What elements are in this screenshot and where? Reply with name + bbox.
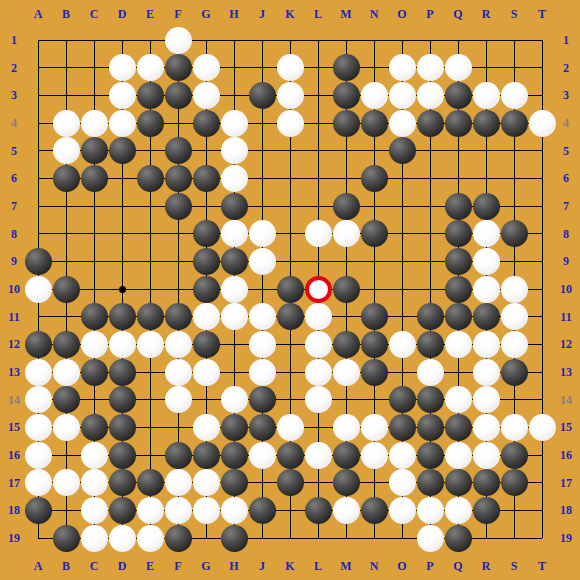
stone-white[interactable] bbox=[137, 525, 164, 552]
stone-black[interactable] bbox=[277, 442, 304, 469]
stone-black[interactable] bbox=[221, 414, 248, 441]
stone-black[interactable] bbox=[333, 193, 360, 220]
stone-black[interactable] bbox=[109, 386, 136, 413]
stone-white[interactable] bbox=[109, 110, 136, 137]
stone-white[interactable] bbox=[501, 331, 528, 358]
stone-black[interactable] bbox=[109, 359, 136, 386]
stone-black[interactable] bbox=[109, 442, 136, 469]
row-label-right: 12 bbox=[554, 336, 578, 352]
stone-black[interactable] bbox=[389, 414, 416, 441]
stone-white[interactable] bbox=[445, 442, 472, 469]
column-label-bottom: R bbox=[476, 558, 496, 574]
stone-black[interactable] bbox=[165, 442, 192, 469]
stone-white[interactable] bbox=[501, 414, 528, 441]
stone-black[interactable] bbox=[333, 110, 360, 137]
stone-white[interactable] bbox=[165, 331, 192, 358]
stone-white[interactable] bbox=[25, 276, 52, 303]
stone-white[interactable] bbox=[417, 525, 444, 552]
row-label-left: 7 bbox=[2, 198, 26, 214]
stone-white[interactable] bbox=[193, 414, 220, 441]
stone-black[interactable] bbox=[361, 303, 388, 330]
stone-white[interactable] bbox=[473, 414, 500, 441]
row-label-left: 4 bbox=[2, 115, 26, 131]
column-label-top: A bbox=[28, 6, 48, 22]
stone-black[interactable] bbox=[417, 303, 444, 330]
stone-black[interactable] bbox=[445, 193, 472, 220]
stone-white[interactable] bbox=[221, 165, 248, 192]
stone-white[interactable] bbox=[473, 248, 500, 275]
stone-white[interactable] bbox=[417, 497, 444, 524]
stone-white[interactable] bbox=[221, 303, 248, 330]
column-label-bottom: B bbox=[56, 558, 76, 574]
stone-black[interactable] bbox=[165, 165, 192, 192]
column-label-bottom: J bbox=[252, 558, 272, 574]
stone-black[interactable] bbox=[165, 54, 192, 81]
column-label-bottom: F bbox=[168, 558, 188, 574]
stone-white[interactable] bbox=[473, 220, 500, 247]
stone-white[interactable] bbox=[221, 276, 248, 303]
stone-black[interactable] bbox=[53, 386, 80, 413]
stone-white[interactable] bbox=[81, 331, 108, 358]
column-label-bottom: A bbox=[28, 558, 48, 574]
stone-black[interactable] bbox=[501, 469, 528, 496]
column-label-top: M bbox=[336, 6, 356, 22]
stone-white[interactable] bbox=[249, 303, 276, 330]
stone-white[interactable] bbox=[193, 469, 220, 496]
stone-black[interactable] bbox=[81, 303, 108, 330]
stone-black[interactable] bbox=[81, 137, 108, 164]
stone-black[interactable] bbox=[81, 165, 108, 192]
stone-black[interactable] bbox=[137, 165, 164, 192]
row-label-right: 1 bbox=[554, 32, 578, 48]
row-label-left: 2 bbox=[2, 60, 26, 76]
stone-white[interactable] bbox=[221, 110, 248, 137]
stone-white[interactable] bbox=[221, 137, 248, 164]
stone-black[interactable] bbox=[361, 359, 388, 386]
column-label-top: N bbox=[364, 6, 384, 22]
stone-white[interactable] bbox=[221, 497, 248, 524]
stone-black[interactable] bbox=[249, 386, 276, 413]
stone-white[interactable] bbox=[473, 331, 500, 358]
row-label-left: 16 bbox=[2, 447, 26, 463]
stone-white[interactable] bbox=[81, 469, 108, 496]
stone-white[interactable] bbox=[137, 497, 164, 524]
stone-black[interactable] bbox=[249, 497, 276, 524]
stone-black[interactable] bbox=[137, 82, 164, 109]
row-label-right: 19 bbox=[554, 530, 578, 546]
row-label-left: 1 bbox=[2, 32, 26, 48]
stone-white[interactable] bbox=[473, 276, 500, 303]
stone-white[interactable] bbox=[445, 386, 472, 413]
stone-black[interactable] bbox=[109, 497, 136, 524]
row-label-left: 5 bbox=[2, 143, 26, 159]
stone-white[interactable] bbox=[109, 525, 136, 552]
stone-black[interactable] bbox=[25, 248, 52, 275]
stone-white[interactable] bbox=[417, 54, 444, 81]
column-label-bottom: H bbox=[224, 558, 244, 574]
stone-white[interactable] bbox=[333, 414, 360, 441]
stone-white[interactable] bbox=[193, 54, 220, 81]
stone-white[interactable] bbox=[221, 386, 248, 413]
stone-black[interactable] bbox=[249, 414, 276, 441]
stone-black[interactable] bbox=[361, 220, 388, 247]
column-label-top: H bbox=[224, 6, 244, 22]
row-label-left: 6 bbox=[2, 170, 26, 186]
stone-white[interactable] bbox=[305, 442, 332, 469]
stone-white[interactable] bbox=[501, 303, 528, 330]
column-label-bottom: E bbox=[140, 558, 160, 574]
stone-black[interactable] bbox=[221, 248, 248, 275]
row-label-left: 3 bbox=[2, 87, 26, 103]
stone-white[interactable] bbox=[389, 497, 416, 524]
stone-white[interactable] bbox=[389, 442, 416, 469]
stone-white[interactable] bbox=[221, 220, 248, 247]
stone-black[interactable] bbox=[25, 497, 52, 524]
stone-white[interactable] bbox=[417, 82, 444, 109]
stone-black[interactable] bbox=[445, 414, 472, 441]
column-label-bottom: G bbox=[196, 558, 216, 574]
stone-white[interactable] bbox=[389, 82, 416, 109]
column-label-top: S bbox=[504, 6, 524, 22]
column-label-bottom: T bbox=[532, 558, 552, 574]
column-label-bottom: D bbox=[112, 558, 132, 574]
stone-black[interactable] bbox=[333, 442, 360, 469]
stone-white[interactable] bbox=[473, 82, 500, 109]
row-label-left: 11 bbox=[2, 309, 26, 325]
stone-white[interactable] bbox=[277, 110, 304, 137]
row-label-left: 19 bbox=[2, 530, 26, 546]
row-label-right: 16 bbox=[554, 447, 578, 463]
stone-black[interactable] bbox=[445, 82, 472, 109]
stone-black[interactable] bbox=[305, 497, 332, 524]
stone-black[interactable] bbox=[193, 110, 220, 137]
stone-black[interactable] bbox=[193, 442, 220, 469]
stone-black[interactable] bbox=[389, 137, 416, 164]
stone-black[interactable] bbox=[361, 110, 388, 137]
stone-black[interactable] bbox=[333, 276, 360, 303]
stone-white[interactable] bbox=[389, 331, 416, 358]
stone-black[interactable] bbox=[361, 165, 388, 192]
row-label-left: 8 bbox=[2, 226, 26, 242]
stone-black[interactable] bbox=[473, 469, 500, 496]
go-board-viewer: AABBCCDDEEFFGGHHJJKKLLMMNNOOPPQQRRSSTT11… bbox=[0, 0, 580, 580]
last-move-stone-white[interactable] bbox=[305, 276, 332, 303]
stone-black[interactable] bbox=[333, 54, 360, 81]
stone-white[interactable] bbox=[333, 220, 360, 247]
stone-black[interactable] bbox=[53, 165, 80, 192]
stone-white[interactable] bbox=[81, 525, 108, 552]
stone-white[interactable] bbox=[137, 54, 164, 81]
stone-black[interactable] bbox=[445, 248, 472, 275]
stone-white[interactable] bbox=[137, 331, 164, 358]
stone-black[interactable] bbox=[417, 386, 444, 413]
stone-white[interactable] bbox=[277, 414, 304, 441]
column-label-bottom: C bbox=[84, 558, 104, 574]
stone-black[interactable] bbox=[417, 110, 444, 137]
column-label-top: R bbox=[476, 6, 496, 22]
row-label-right: 8 bbox=[554, 226, 578, 242]
stone-white[interactable] bbox=[333, 497, 360, 524]
stone-white[interactable] bbox=[305, 359, 332, 386]
row-label-left: 14 bbox=[2, 392, 26, 408]
stone-white[interactable] bbox=[305, 303, 332, 330]
row-label-left: 17 bbox=[2, 475, 26, 491]
stone-black[interactable] bbox=[473, 193, 500, 220]
stone-black[interactable] bbox=[193, 248, 220, 275]
stone-black[interactable] bbox=[277, 303, 304, 330]
column-label-top: O bbox=[392, 6, 412, 22]
stone-black[interactable] bbox=[249, 82, 276, 109]
row-label-right: 2 bbox=[554, 60, 578, 76]
stone-black[interactable] bbox=[165, 525, 192, 552]
stone-white[interactable] bbox=[25, 386, 52, 413]
stone-black[interactable] bbox=[389, 386, 416, 413]
stone-white[interactable] bbox=[25, 442, 52, 469]
stone-white[interactable] bbox=[501, 82, 528, 109]
stone-white[interactable] bbox=[389, 110, 416, 137]
stone-white[interactable] bbox=[53, 469, 80, 496]
stone-white[interactable] bbox=[193, 359, 220, 386]
stone-white[interactable] bbox=[165, 469, 192, 496]
stone-black[interactable] bbox=[473, 110, 500, 137]
stone-white[interactable] bbox=[53, 414, 80, 441]
stone-black[interactable] bbox=[333, 82, 360, 109]
column-label-top: D bbox=[112, 6, 132, 22]
row-label-left: 10 bbox=[2, 281, 26, 297]
stone-white[interactable] bbox=[417, 359, 444, 386]
stone-white[interactable] bbox=[529, 110, 556, 137]
stone-black[interactable] bbox=[361, 331, 388, 358]
stone-white[interactable] bbox=[165, 27, 192, 54]
row-label-right: 3 bbox=[554, 87, 578, 103]
stone-white[interactable] bbox=[81, 497, 108, 524]
row-label-right: 18 bbox=[554, 502, 578, 518]
stone-black[interactable] bbox=[193, 220, 220, 247]
column-label-top: B bbox=[56, 6, 76, 22]
column-label-top: K bbox=[280, 6, 300, 22]
stone-white[interactable] bbox=[25, 469, 52, 496]
stone-white[interactable] bbox=[193, 303, 220, 330]
stone-white[interactable] bbox=[361, 442, 388, 469]
stone-black[interactable] bbox=[445, 469, 472, 496]
stone-black[interactable] bbox=[221, 442, 248, 469]
column-label-top: G bbox=[196, 6, 216, 22]
row-label-right: 14 bbox=[554, 392, 578, 408]
stone-black[interactable] bbox=[361, 497, 388, 524]
stone-black[interactable] bbox=[81, 414, 108, 441]
row-label-right: 6 bbox=[554, 170, 578, 186]
row-label-right: 5 bbox=[554, 143, 578, 159]
stone-white[interactable] bbox=[333, 359, 360, 386]
stone-black[interactable] bbox=[53, 331, 80, 358]
stone-black[interactable] bbox=[53, 525, 80, 552]
column-label-bottom: K bbox=[280, 558, 300, 574]
stone-black[interactable] bbox=[109, 469, 136, 496]
stone-black[interactable] bbox=[445, 303, 472, 330]
stone-white[interactable] bbox=[501, 276, 528, 303]
stone-white[interactable] bbox=[389, 469, 416, 496]
stone-white[interactable] bbox=[109, 82, 136, 109]
stone-white[interactable] bbox=[305, 386, 332, 413]
row-label-left: 13 bbox=[2, 364, 26, 380]
row-label-right: 13 bbox=[554, 364, 578, 380]
stone-white[interactable] bbox=[249, 331, 276, 358]
stone-white[interactable] bbox=[109, 54, 136, 81]
row-label-right: 9 bbox=[554, 253, 578, 269]
stone-black[interactable] bbox=[333, 331, 360, 358]
stone-white[interactable] bbox=[53, 110, 80, 137]
stone-black[interactable] bbox=[417, 442, 444, 469]
stone-black[interactable] bbox=[193, 331, 220, 358]
stone-black[interactable] bbox=[81, 359, 108, 386]
stone-white[interactable] bbox=[25, 414, 52, 441]
stone-white[interactable] bbox=[389, 54, 416, 81]
stone-black[interactable] bbox=[221, 469, 248, 496]
stone-black[interactable] bbox=[473, 497, 500, 524]
stone-black[interactable] bbox=[445, 220, 472, 247]
stone-black[interactable] bbox=[445, 525, 472, 552]
stone-black[interactable] bbox=[137, 303, 164, 330]
stone-white[interactable] bbox=[305, 220, 332, 247]
stone-black[interactable] bbox=[109, 414, 136, 441]
stone-black[interactable] bbox=[277, 276, 304, 303]
stone-white[interactable] bbox=[529, 414, 556, 441]
stone-white[interactable] bbox=[473, 386, 500, 413]
column-label-bottom: O bbox=[392, 558, 412, 574]
column-label-top: C bbox=[84, 6, 104, 22]
column-label-top: T bbox=[532, 6, 552, 22]
stone-white[interactable] bbox=[277, 54, 304, 81]
stone-white[interactable] bbox=[53, 359, 80, 386]
stone-black[interactable] bbox=[417, 331, 444, 358]
stone-black[interactable] bbox=[165, 303, 192, 330]
stone-black[interactable] bbox=[109, 137, 136, 164]
column-label-top: L bbox=[308, 6, 328, 22]
stone-black[interactable] bbox=[417, 414, 444, 441]
column-label-bottom: P bbox=[420, 558, 440, 574]
row-label-right: 17 bbox=[554, 475, 578, 491]
stone-white[interactable] bbox=[277, 82, 304, 109]
row-label-left: 15 bbox=[2, 419, 26, 435]
stone-black[interactable] bbox=[221, 525, 248, 552]
stone-black[interactable] bbox=[165, 193, 192, 220]
stone-white[interactable] bbox=[193, 497, 220, 524]
stone-white[interactable] bbox=[165, 497, 192, 524]
column-label-bottom: S bbox=[504, 558, 524, 574]
column-label-bottom: M bbox=[336, 558, 356, 574]
row-label-right: 15 bbox=[554, 419, 578, 435]
stone-black[interactable] bbox=[137, 110, 164, 137]
stone-white[interactable] bbox=[109, 331, 136, 358]
stone-white[interactable] bbox=[249, 248, 276, 275]
column-label-top: P bbox=[420, 6, 440, 22]
stone-black[interactable] bbox=[165, 82, 192, 109]
stone-white[interactable] bbox=[81, 442, 108, 469]
stone-black[interactable] bbox=[417, 469, 444, 496]
stone-black[interactable] bbox=[221, 193, 248, 220]
stone-black[interactable] bbox=[193, 165, 220, 192]
column-label-top: Q bbox=[448, 6, 468, 22]
stone-black[interactable] bbox=[277, 469, 304, 496]
stone-black[interactable] bbox=[25, 331, 52, 358]
row-label-left: 18 bbox=[2, 502, 26, 518]
row-label-right: 7 bbox=[554, 198, 578, 214]
stone-black[interactable] bbox=[53, 276, 80, 303]
stone-white[interactable] bbox=[249, 442, 276, 469]
stone-black[interactable] bbox=[501, 359, 528, 386]
column-label-bottom: N bbox=[364, 558, 384, 574]
column-label-top: J bbox=[252, 6, 272, 22]
column-label-bottom: L bbox=[308, 558, 328, 574]
stone-white[interactable] bbox=[445, 497, 472, 524]
stone-white[interactable] bbox=[81, 110, 108, 137]
stone-black[interactable] bbox=[193, 276, 220, 303]
row-label-left: 12 bbox=[2, 336, 26, 352]
stone-white[interactable] bbox=[53, 137, 80, 164]
star-point bbox=[119, 286, 126, 293]
stone-white[interactable] bbox=[25, 359, 52, 386]
stone-white[interactable] bbox=[305, 331, 332, 358]
stone-black[interactable] bbox=[165, 137, 192, 164]
row-label-right: 10 bbox=[554, 281, 578, 297]
column-label-bottom: Q bbox=[448, 558, 468, 574]
column-label-top: F bbox=[168, 6, 188, 22]
column-label-top: E bbox=[140, 6, 160, 22]
row-label-left: 9 bbox=[2, 253, 26, 269]
stone-black[interactable] bbox=[501, 220, 528, 247]
stone-black[interactable] bbox=[333, 469, 360, 496]
stone-black[interactable] bbox=[137, 469, 164, 496]
row-label-right: 11 bbox=[554, 309, 578, 325]
stone-white[interactable] bbox=[445, 54, 472, 81]
stone-white[interactable] bbox=[473, 359, 500, 386]
stone-white[interactable] bbox=[165, 386, 192, 413]
stone-black[interactable] bbox=[445, 110, 472, 137]
stone-white[interactable] bbox=[165, 359, 192, 386]
stone-white[interactable] bbox=[445, 331, 472, 358]
stone-black[interactable] bbox=[501, 110, 528, 137]
stone-white[interactable] bbox=[361, 82, 388, 109]
stone-white[interactable] bbox=[473, 442, 500, 469]
stone-black[interactable] bbox=[501, 442, 528, 469]
stone-black[interactable] bbox=[473, 303, 500, 330]
stone-black[interactable] bbox=[109, 303, 136, 330]
stone-white[interactable] bbox=[361, 414, 388, 441]
stone-black[interactable] bbox=[445, 276, 472, 303]
stone-white[interactable] bbox=[249, 220, 276, 247]
stone-white[interactable] bbox=[249, 359, 276, 386]
row-label-right: 4 bbox=[554, 115, 578, 131]
stone-white[interactable] bbox=[193, 82, 220, 109]
